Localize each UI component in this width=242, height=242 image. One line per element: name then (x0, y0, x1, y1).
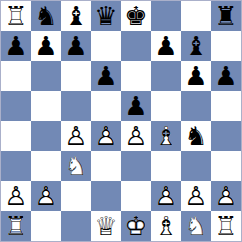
square-a2[interactable]: ♟♙ (1, 181, 31, 211)
square-c8[interactable]: ♝ (61, 1, 91, 31)
square-e3[interactable] (121, 151, 151, 181)
square-e4[interactable]: ♟♙ (121, 121, 151, 151)
piece-black-pawn[interactable]: ♟ (31, 31, 61, 61)
square-h4[interactable] (211, 121, 241, 151)
square-h8[interactable]: ♜ (211, 1, 241, 31)
square-b3[interactable] (31, 151, 61, 181)
square-f6[interactable] (151, 61, 181, 91)
square-e2[interactable] (121, 181, 151, 211)
square-d2[interactable] (91, 181, 121, 211)
square-g6[interactable]: ♟ (181, 61, 211, 91)
square-b1[interactable] (31, 211, 61, 241)
square-f8[interactable] (151, 1, 181, 31)
square-d8[interactable]: ♛ (91, 1, 121, 31)
square-c1[interactable] (61, 211, 91, 241)
square-g4[interactable]: ♞ (181, 121, 211, 151)
piece-white-pawn[interactable]: ♙ (61, 121, 91, 151)
square-h5[interactable] (211, 91, 241, 121)
piece-white-knight[interactable]: ♘ (61, 151, 91, 181)
piece-black-pawn[interactable]: ♟ (181, 61, 211, 91)
piece-black-pawn[interactable]: ♟ (1, 31, 31, 61)
square-d4[interactable]: ♟♙ (91, 121, 121, 151)
piece-white-pawn[interactable]: ♙ (121, 121, 151, 151)
piece-black-knight[interactable]: ♞ (31, 1, 61, 31)
piece-white-pawn[interactable]: ♙ (211, 181, 241, 211)
square-a8[interactable]: ♜♖ (1, 1, 31, 31)
square-a4[interactable] (1, 121, 31, 151)
square-d3[interactable] (91, 151, 121, 181)
square-f1[interactable]: ♝♗ (151, 211, 181, 241)
square-h2[interactable]: ♟♙ (211, 181, 241, 211)
square-c4[interactable]: ♟♙ (61, 121, 91, 151)
square-e6[interactable] (121, 61, 151, 91)
square-f7[interactable]: ♟ (151, 31, 181, 61)
square-g7[interactable]: ♝ (181, 31, 211, 61)
piece-white-queen[interactable]: ♕ (91, 211, 121, 241)
square-c7[interactable]: ♟ (61, 31, 91, 61)
square-a5[interactable] (1, 91, 31, 121)
square-b2[interactable]: ♟♙ (31, 181, 61, 211)
piece-black-bishop[interactable]: ♝ (61, 1, 91, 31)
piece-white-bishop[interactable]: ♗ (151, 121, 181, 151)
piece-white-pawn[interactable]: ♙ (1, 181, 31, 211)
square-c3[interactable]: ♞♘ (61, 151, 91, 181)
piece-black-pawn[interactable]: ♟ (121, 91, 151, 121)
piece-white-pawn[interactable]: ♙ (91, 121, 121, 151)
square-f3[interactable] (151, 151, 181, 181)
square-a1[interactable]: ♜♖ (1, 211, 31, 241)
piece-white-rook[interactable]: ♖ (1, 1, 31, 31)
piece-black-pawn[interactable]: ♟ (61, 31, 91, 61)
square-h1[interactable]: ♜♖ (211, 211, 241, 241)
chess-board: ♜♖♞♝♛♚♜♟♟♟♟♝♟♟♟♟♟♙♟♙♟♙♝♗♞♞♘♟♙♟♙♟♙♟♙♟♙♜♖♛… (0, 0, 242, 242)
square-e1[interactable]: ♚♔ (121, 211, 151, 241)
square-e8[interactable]: ♚ (121, 1, 151, 31)
square-h6[interactable]: ♟ (211, 61, 241, 91)
piece-black-knight[interactable]: ♞ (181, 121, 211, 151)
piece-black-pawn[interactable]: ♟ (211, 61, 241, 91)
square-a7[interactable]: ♟ (1, 31, 31, 61)
square-g1[interactable]: ♞♘ (181, 211, 211, 241)
square-b6[interactable] (31, 61, 61, 91)
square-b4[interactable] (31, 121, 61, 151)
square-h3[interactable] (211, 151, 241, 181)
square-b8[interactable]: ♞ (31, 1, 61, 31)
piece-black-rook[interactable]: ♜ (211, 1, 241, 31)
square-d6[interactable]: ♟ (91, 61, 121, 91)
square-g3[interactable] (181, 151, 211, 181)
square-b7[interactable]: ♟ (31, 31, 61, 61)
square-e7[interactable] (121, 31, 151, 61)
piece-black-pawn[interactable]: ♟ (91, 61, 121, 91)
square-c2[interactable] (61, 181, 91, 211)
square-a6[interactable] (1, 61, 31, 91)
square-a3[interactable] (1, 151, 31, 181)
piece-white-knight[interactable]: ♘ (181, 211, 211, 241)
square-f5[interactable] (151, 91, 181, 121)
piece-white-king[interactable]: ♔ (121, 211, 151, 241)
square-c5[interactable] (61, 91, 91, 121)
square-g2[interactable]: ♟♙ (181, 181, 211, 211)
piece-white-pawn[interactable]: ♙ (151, 181, 181, 211)
square-h7[interactable] (211, 31, 241, 61)
piece-white-rook[interactable]: ♖ (1, 211, 31, 241)
piece-white-pawn[interactable]: ♙ (31, 181, 61, 211)
square-e5[interactable]: ♟ (121, 91, 151, 121)
square-g8[interactable] (181, 1, 211, 31)
square-g5[interactable] (181, 91, 211, 121)
square-f2[interactable]: ♟♙ (151, 181, 181, 211)
piece-white-rook[interactable]: ♖ (211, 211, 241, 241)
square-d1[interactable]: ♛♕ (91, 211, 121, 241)
square-d5[interactable] (91, 91, 121, 121)
piece-black-bishop[interactable]: ♝ (181, 31, 211, 61)
piece-black-queen[interactable]: ♛ (91, 1, 121, 31)
square-f4[interactable]: ♝♗ (151, 121, 181, 151)
piece-white-pawn[interactable]: ♙ (181, 181, 211, 211)
piece-black-king[interactable]: ♚ (121, 1, 151, 31)
square-c6[interactable] (61, 61, 91, 91)
square-b5[interactable] (31, 91, 61, 121)
square-d7[interactable] (91, 31, 121, 61)
piece-white-bishop[interactable]: ♗ (151, 211, 181, 241)
piece-black-pawn[interactable]: ♟ (151, 31, 181, 61)
